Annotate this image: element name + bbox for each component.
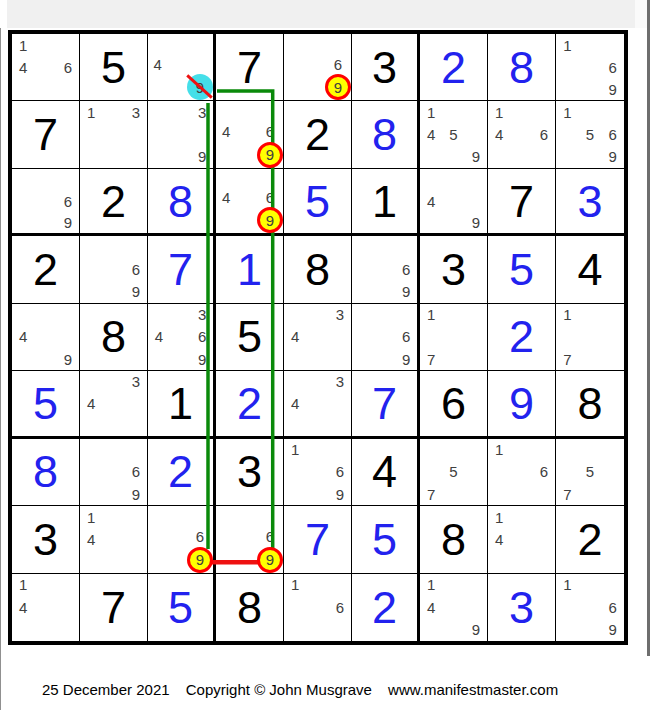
- candidate-4: 4: [488, 124, 510, 146]
- candidate-grid: 57: [420, 439, 487, 505]
- candidate-1: 1: [556, 304, 579, 326]
- header-band: [7, 0, 635, 28]
- candidate-4: 4: [284, 393, 306, 414]
- candidate-1: 1: [488, 506, 510, 528]
- candidate-9: 9: [57, 348, 79, 370]
- candidate-6: 6: [125, 258, 147, 280]
- candidate-grid: 16: [284, 574, 351, 641]
- footer-copyright: Copyright © John Musgrave: [186, 681, 372, 698]
- candidate-7: 7: [420, 348, 442, 370]
- cell-r8c1[interactable]: 3: [12, 506, 80, 573]
- candidate-grid: 17: [556, 304, 624, 370]
- digit-solved: 2: [352, 574, 417, 641]
- candidate-3: 3: [329, 371, 351, 392]
- cell-r9c1[interactable]: 14: [12, 574, 80, 641]
- candidate-4: 4: [216, 188, 237, 207]
- candidate-1: 1: [556, 34, 579, 56]
- candidate-9: 9: [395, 348, 417, 370]
- cell-r9c2[interactable]: 7: [80, 574, 148, 641]
- candidate-9-eliminated-cyan: 9: [187, 74, 213, 100]
- candidate-9-circled-yellow: 9: [257, 207, 283, 233]
- candidate-6: 6: [187, 526, 213, 546]
- cell-r6c4[interactable]: 2: [216, 371, 284, 438]
- cell-r1c8[interactable]: 8: [488, 34, 556, 101]
- candidate-grid: 169: [556, 574, 624, 641]
- cell-r4c2[interactable]: 69: [80, 236, 148, 303]
- candidate-grid: 13: [80, 101, 147, 167]
- cell-r9c4[interactable]: 8: [216, 574, 284, 641]
- candidate-3: 3: [125, 101, 147, 123]
- digit-given: 5: [216, 304, 283, 370]
- candidate-grid: 146: [488, 101, 555, 167]
- digit-solved: 2: [488, 304, 555, 370]
- cell-r6c9[interactable]: 8: [556, 371, 624, 438]
- cell-r6c5[interactable]: 34: [284, 371, 352, 438]
- candidate-6: 6: [257, 122, 283, 142]
- digit-solved: 2: [216, 371, 283, 435]
- digit-solved: 5: [488, 236, 555, 302]
- cell-r8c6[interactable]: 5: [352, 506, 420, 573]
- digit-given: 2: [12, 236, 79, 302]
- candidate-4: 4: [148, 54, 168, 74]
- cell-r7c6[interactable]: 4: [352, 439, 420, 506]
- digit-solved: 2: [420, 34, 487, 100]
- digit-solved: 1: [216, 236, 283, 302]
- digit-solved: 5: [284, 169, 351, 233]
- cell-r6c8[interactable]: 9: [488, 371, 556, 438]
- digit-given: 3: [352, 34, 417, 100]
- candidate-6: 6: [257, 188, 283, 207]
- digit-given: 6: [420, 371, 487, 435]
- cell-r9c5[interactable]: 16: [284, 574, 352, 641]
- candidate-9: 9: [601, 146, 624, 168]
- candidate-1: 1: [284, 439, 306, 461]
- cell-r6c7[interactable]: 6: [420, 371, 488, 438]
- cell-r1c7[interactable]: 2: [420, 34, 488, 101]
- cell-r4c9[interactable]: 4: [556, 236, 624, 303]
- cell-r1c2[interactable]: 5: [80, 34, 148, 101]
- candidate-3: 3: [329, 304, 351, 326]
- cell-r3c1[interactable]: 69: [12, 169, 80, 236]
- cell-r2c7[interactable]: 1459: [420, 101, 488, 168]
- candidate-1: 1: [488, 101, 510, 123]
- candidate-grid: 14: [12, 574, 79, 641]
- digit-solved: 3: [488, 574, 555, 641]
- candidate-6: 6: [533, 124, 555, 146]
- cell-r8c2[interactable]: 14: [80, 506, 148, 573]
- sudoku-board: 1465497693281697133946928145914615696928…: [8, 30, 628, 645]
- cell-r4c6[interactable]: 69: [352, 236, 420, 303]
- candidate-3: 3: [191, 304, 213, 326]
- cell-r5c1[interactable]: 49: [12, 304, 80, 371]
- digit-given: 7: [488, 169, 555, 233]
- candidate-grid: 1459: [420, 101, 487, 167]
- cell-r5c3[interactable]: 3469: [148, 304, 216, 371]
- cell-r1c3[interactable]: 49: [148, 34, 216, 101]
- candidate-grid: 34: [80, 371, 147, 435]
- cell-r5c7[interactable]: 17: [420, 304, 488, 371]
- cell-r4c5[interactable]: 8: [284, 236, 352, 303]
- candidate-4: 4: [148, 326, 170, 348]
- candidate-4: 4: [80, 528, 102, 550]
- candidate-grid: 169: [284, 439, 351, 505]
- cell-r7c9[interactable]: 57: [556, 439, 624, 506]
- candidate-4: 4: [12, 596, 34, 618]
- candidate-grid: 69: [216, 506, 283, 572]
- candidate-grid: 49: [420, 169, 487, 233]
- candidate-4: 4: [420, 124, 442, 146]
- candidate-1: 1: [420, 304, 442, 326]
- candidate-4: 4: [12, 56, 34, 78]
- candidate-6: 6: [329, 461, 351, 483]
- cell-r1c1[interactable]: 146: [12, 34, 80, 101]
- candidate-grid: 69: [12, 169, 79, 233]
- cell-r1c4[interactable]: 7: [216, 34, 284, 101]
- cell-r2c8[interactable]: 146: [488, 101, 556, 168]
- candidate-1: 1: [556, 574, 579, 596]
- candidate-grid: 469: [216, 169, 283, 233]
- digit-solved: 5: [148, 574, 213, 641]
- candidate-grid: 49: [148, 34, 213, 100]
- candidate-9: 9: [329, 483, 351, 505]
- cell-r4c7[interactable]: 3: [420, 236, 488, 303]
- cell-r8c8[interactable]: 14: [488, 506, 556, 573]
- candidate-6: 6: [601, 596, 624, 618]
- candidate-9: 9: [57, 212, 79, 233]
- candidate-grid: 57: [556, 439, 624, 505]
- cell-r5c4[interactable]: 5: [216, 304, 284, 371]
- candidate-9: 9: [191, 348, 213, 370]
- candidate-grid: 149: [420, 574, 487, 641]
- candidate-grid: 34: [284, 304, 351, 370]
- candidate-grid: 3469: [148, 304, 213, 370]
- candidate-5: 5: [442, 461, 464, 483]
- candidate-6: 6: [125, 461, 147, 483]
- cell-r2c6[interactable]: 8: [352, 101, 420, 168]
- digit-given: 3: [12, 506, 79, 572]
- cell-r9c9[interactable]: 169: [556, 574, 624, 641]
- candidate-6: 6: [533, 461, 555, 483]
- footer-website: www.manifestmaster.com: [388, 681, 558, 698]
- cell-r7c1[interactable]: 8: [12, 439, 80, 506]
- cell-r8c5[interactable]: 7: [284, 506, 352, 573]
- cell-r9c8[interactable]: 3: [488, 574, 556, 641]
- cell-r3c8[interactable]: 7: [488, 169, 556, 236]
- cell-r4c3[interactable]: 7: [148, 236, 216, 303]
- candidate-6: 6: [191, 326, 213, 348]
- cell-r1c5[interactable]: 69: [284, 34, 352, 101]
- cell-r3c2[interactable]: 2: [80, 169, 148, 236]
- candidate-6: 6: [57, 56, 79, 78]
- cell-r5c2[interactable]: 8: [80, 304, 148, 371]
- digit-given: 1: [148, 371, 213, 435]
- cell-r3c5[interactable]: 5: [284, 169, 352, 236]
- candidate-4: 4: [216, 122, 237, 142]
- candidate-9: 9: [191, 146, 213, 168]
- candidate-grid: 1569: [556, 101, 624, 167]
- cell-r6c3[interactable]: 1: [148, 371, 216, 438]
- digit-given: 2: [80, 169, 147, 233]
- candidate-1: 1: [12, 34, 34, 56]
- candidate-grid: 69: [352, 236, 417, 302]
- footer-date: 25 December 2021: [42, 681, 170, 698]
- cell-r2c5[interactable]: 2: [284, 101, 352, 168]
- page: 1465497693281697133946928145914615696928…: [0, 0, 650, 720]
- cell-r3c7[interactable]: 49: [420, 169, 488, 236]
- candidate-9: 9: [601, 619, 624, 641]
- digit-solved: 7: [148, 236, 213, 302]
- cell-r6c1[interactable]: 5: [12, 371, 80, 438]
- candidate-grid: 17: [420, 304, 487, 370]
- digit-solved: 8: [148, 169, 213, 233]
- candidate-5: 5: [579, 461, 602, 483]
- digit-solved: 7: [352, 371, 417, 435]
- cell-r8c9[interactable]: 2: [556, 506, 624, 573]
- candidate-grid: 146: [12, 34, 79, 100]
- digit-solved: 9: [488, 371, 555, 435]
- candidate-grid: 14: [488, 506, 555, 572]
- digit-given: 2: [556, 506, 624, 572]
- candidate-4: 4: [420, 190, 442, 211]
- cell-r7c2[interactable]: 69: [80, 439, 148, 506]
- digit-solved: 5: [12, 371, 79, 435]
- candidate-7: 7: [420, 483, 442, 505]
- candidate-9-circled-yellow: 9: [257, 547, 283, 573]
- cell-r4c1[interactable]: 2: [12, 236, 80, 303]
- candidate-6: 6: [601, 56, 624, 78]
- cell-r6c2[interactable]: 34: [80, 371, 148, 438]
- candidate-4: 4: [488, 528, 510, 550]
- candidate-4: 4: [284, 326, 306, 348]
- cell-r7c7[interactable]: 57: [420, 439, 488, 506]
- digit-given: 4: [556, 236, 624, 302]
- candidate-6: 6: [257, 526, 283, 546]
- cell-r5c8[interactable]: 2: [488, 304, 556, 371]
- cell-r5c6[interactable]: 69: [352, 304, 420, 371]
- cell-r7c4[interactable]: 3: [216, 439, 284, 506]
- cell-r2c4[interactable]: 469: [216, 101, 284, 168]
- candidate-grid: 49: [12, 304, 79, 370]
- candidate-grid: 16: [488, 439, 555, 505]
- candidate-3: 3: [125, 371, 147, 392]
- candidate-grid: 69: [148, 506, 213, 572]
- candidate-5: 5: [579, 124, 602, 146]
- digit-given: 8: [216, 574, 283, 641]
- candidate-9-circled-yellow: 9: [257, 142, 283, 168]
- candidate-grid: 469: [216, 101, 283, 167]
- candidate-6: 6: [57, 190, 79, 211]
- digit-solved: 7: [284, 506, 351, 572]
- candidate-9: 9: [465, 619, 487, 641]
- candidate-1: 1: [488, 439, 510, 461]
- candidate-grid: 69: [284, 34, 351, 100]
- candidate-grid: 14: [80, 506, 147, 572]
- cell-r3c4[interactable]: 469: [216, 169, 284, 236]
- digit-given: 1: [352, 169, 417, 233]
- candidate-1: 1: [556, 101, 579, 123]
- cell-r2c2[interactable]: 13: [80, 101, 148, 168]
- cell-r8c3[interactable]: 69: [148, 506, 216, 573]
- candidate-9: 9: [465, 212, 487, 233]
- cell-r3c6[interactable]: 1: [352, 169, 420, 236]
- candidate-9: 9: [125, 281, 147, 303]
- cell-r1c6[interactable]: 3: [352, 34, 420, 101]
- cell-r8c4[interactable]: 69: [216, 506, 284, 573]
- digit-given: 8: [556, 371, 624, 435]
- digit-given: 4: [352, 439, 417, 505]
- candidate-7: 7: [556, 483, 579, 505]
- cell-r3c3[interactable]: 8: [148, 169, 216, 236]
- digit-given: 2: [284, 101, 351, 167]
- cell-r4c4[interactable]: 1: [216, 236, 284, 303]
- candidate-5: 5: [442, 124, 464, 146]
- digit-given: 7: [12, 101, 79, 167]
- digit-given: 5: [80, 34, 147, 100]
- digit-solved: 8: [488, 34, 555, 100]
- candidate-6: 6: [395, 326, 417, 348]
- cell-r7c8[interactable]: 16: [488, 439, 556, 506]
- cell-r8c7[interactable]: 8: [420, 506, 488, 573]
- cell-r9c3[interactable]: 5: [148, 574, 216, 641]
- candidate-4: 4: [12, 326, 34, 348]
- candidate-9: 9: [465, 146, 487, 168]
- candidate-grid: 69: [80, 439, 147, 505]
- digit-given: 7: [80, 574, 147, 641]
- digit-given: 8: [284, 236, 351, 302]
- candidate-1: 1: [80, 506, 102, 528]
- cell-r9c7[interactable]: 149: [420, 574, 488, 641]
- candidate-1: 1: [12, 574, 34, 596]
- candidate-4: 4: [420, 596, 442, 618]
- candidate-9: 9: [395, 281, 417, 303]
- cell-r4c8[interactable]: 5: [488, 236, 556, 303]
- cell-r9c6[interactable]: 2: [352, 574, 420, 641]
- candidate-9: 9: [125, 483, 147, 505]
- cell-r2c9[interactable]: 1569: [556, 101, 624, 168]
- window-left-border: [0, 28, 1, 710]
- candidate-4: 4: [80, 393, 102, 414]
- candidate-1: 1: [284, 574, 306, 596]
- candidate-9-circled-yellow: 9: [325, 74, 351, 100]
- candidate-grid: 39: [148, 101, 213, 167]
- candidate-9-circled-yellow: 9: [187, 547, 213, 573]
- candidate-7: 7: [556, 348, 579, 370]
- digit-given: 8: [80, 304, 147, 370]
- digit-solved: 3: [556, 169, 624, 233]
- digit-solved: 8: [352, 101, 417, 167]
- cell-r7c3[interactable]: 2: [148, 439, 216, 506]
- cell-r1c9[interactable]: 169: [556, 34, 624, 101]
- digit-given: 7: [216, 34, 283, 100]
- digit-given: 3: [420, 236, 487, 302]
- cell-r2c1[interactable]: 7: [12, 101, 80, 168]
- candidate-grid: 34: [284, 371, 351, 435]
- digit-solved: 8: [12, 439, 79, 505]
- candidate-grid: 69: [352, 304, 417, 370]
- cell-r7c5[interactable]: 169: [284, 439, 352, 506]
- digit-given: 3: [216, 439, 283, 505]
- candidate-6: 6: [325, 54, 351, 74]
- candidate-1: 1: [420, 574, 442, 596]
- cell-r5c5[interactable]: 34: [284, 304, 352, 371]
- candidate-grid: 69: [80, 236, 147, 302]
- digit-solved: 5: [352, 506, 417, 572]
- digit-given: 8: [420, 506, 487, 572]
- candidate-6: 6: [329, 596, 351, 618]
- candidate-6: 6: [601, 124, 624, 146]
- candidate-grid: 169: [556, 34, 624, 100]
- cell-r2c3[interactable]: 39: [148, 101, 216, 168]
- candidate-3: 3: [191, 101, 213, 123]
- digit-solved: 2: [148, 439, 213, 505]
- footer: 25 December 2021 Copyright © John Musgra…: [42, 681, 570, 698]
- cell-r6c6[interactable]: 7: [352, 371, 420, 438]
- candidate-1: 1: [80, 101, 102, 123]
- candidate-9: 9: [601, 78, 624, 100]
- cell-r5c9[interactable]: 17: [556, 304, 624, 371]
- candidate-1: 1: [420, 101, 442, 123]
- candidate-6: 6: [395, 258, 417, 280]
- cell-r3c9[interactable]: 3: [556, 169, 624, 236]
